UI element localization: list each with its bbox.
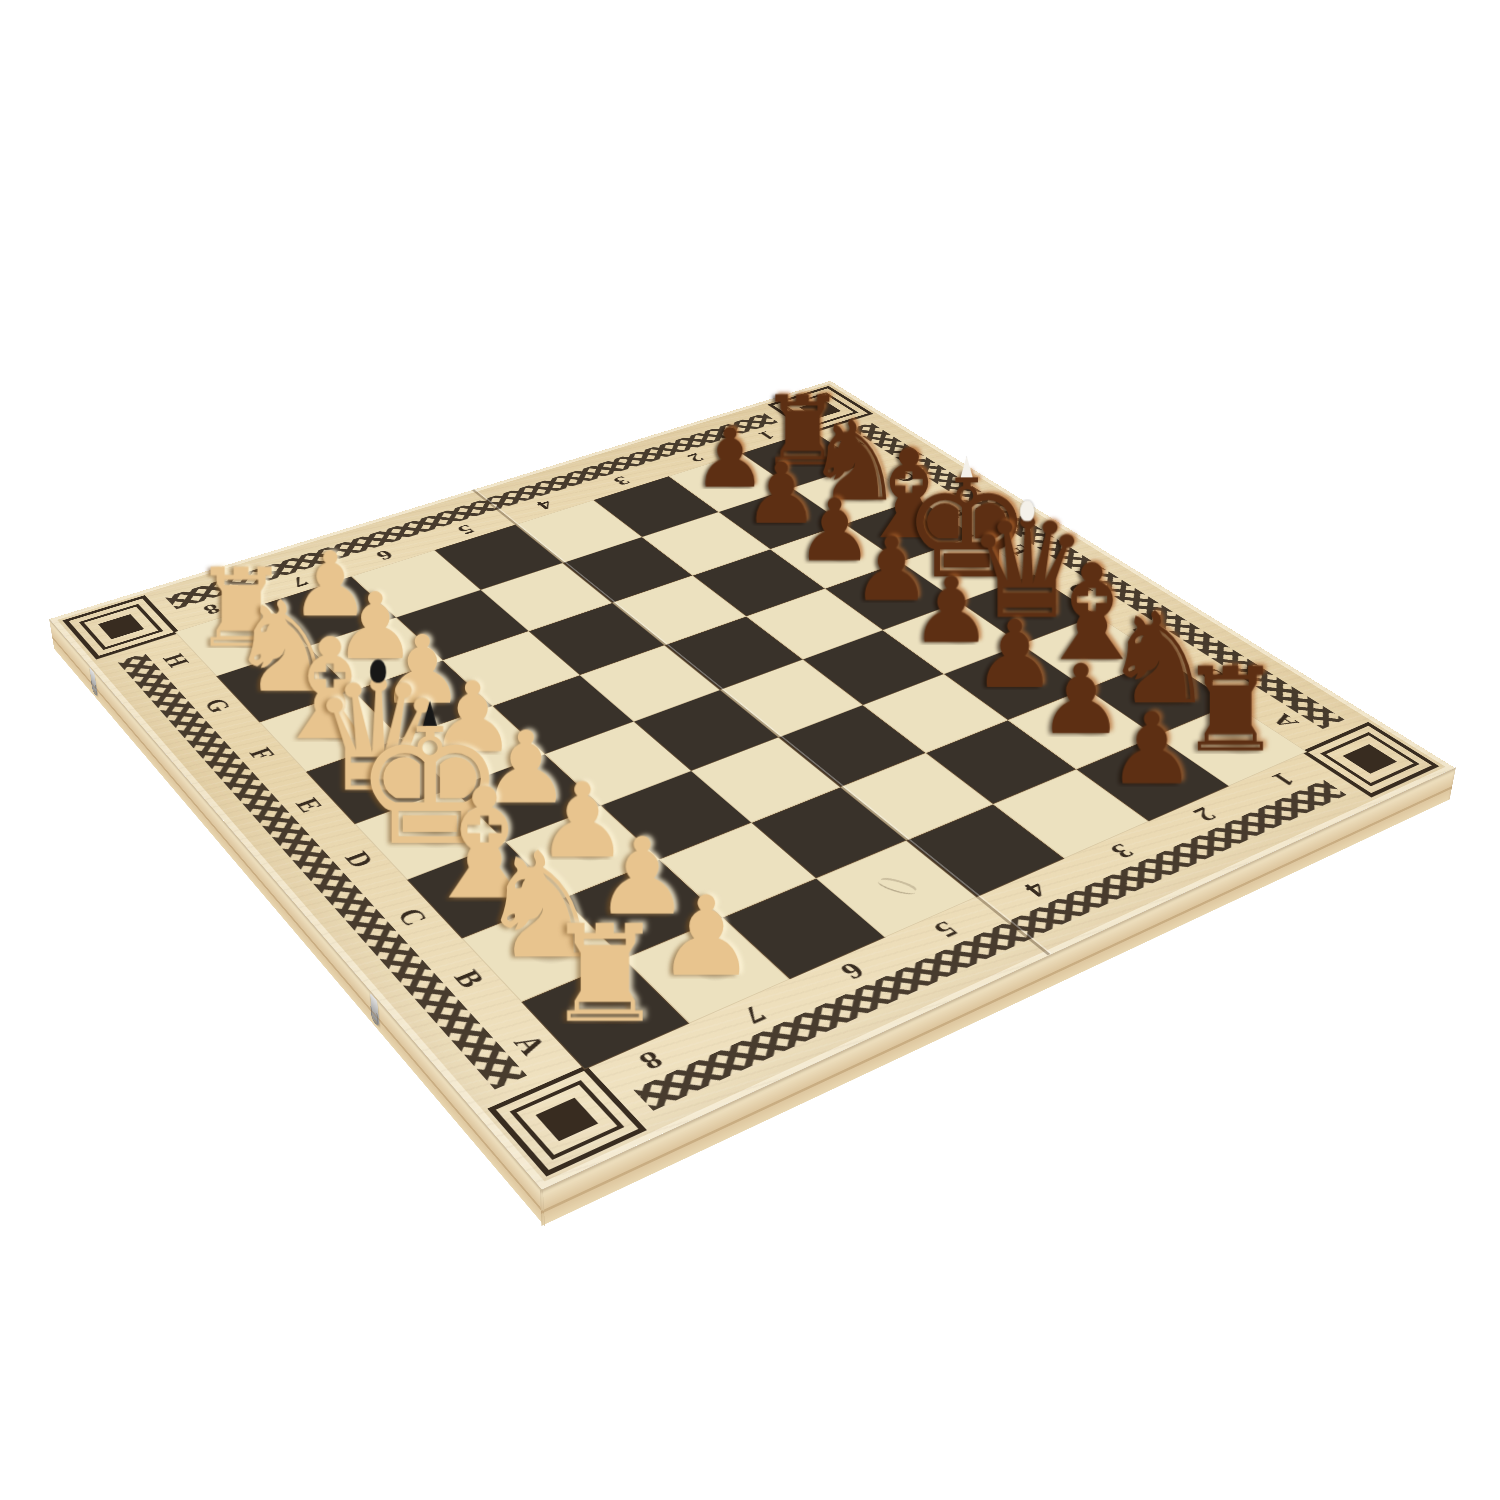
pieces-layer: ♜♟♞♟♝♟♚♟♛♟♝♟♟♞♜♟♟♜♞♟♟♝♟♛♟♚♟♝♟♞♟♜ (50, 381, 1455, 1189)
chess-board: AABBCCDDEEFFGGHH8877665544332211 ♜♟♞♟♝♟♚… (50, 381, 1455, 1189)
queen-ball-finial (1021, 501, 1035, 522)
king-spike-finial (960, 456, 974, 478)
queen-ball-finial (371, 660, 386, 683)
king-spike-finial (421, 701, 438, 726)
product-photo-stage: AABBCCDDEEFFGGHH8877665544332211 ♜♟♞♟♝♟♚… (0, 0, 1500, 1500)
